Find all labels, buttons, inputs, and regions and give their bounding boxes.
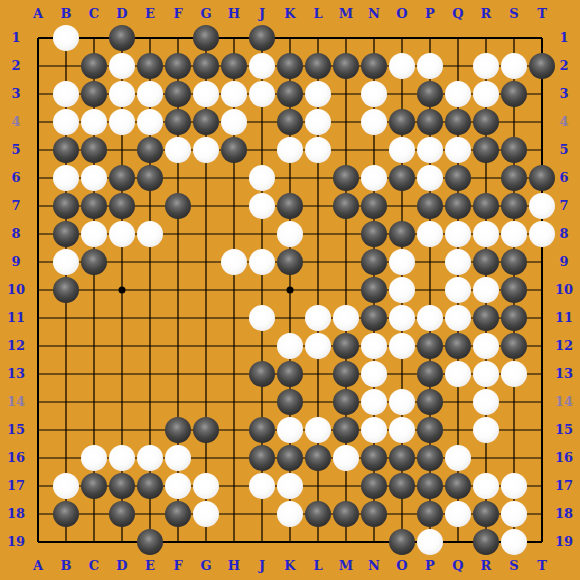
stone-black[interactable] <box>361 473 387 499</box>
intersection-P14[interactable] <box>416 388 444 416</box>
intersection-G5[interactable] <box>192 136 220 164</box>
intersection-S10[interactable] <box>500 276 528 304</box>
intersection-N4[interactable] <box>360 108 388 136</box>
stone-white[interactable] <box>361 165 387 191</box>
stone-black[interactable] <box>277 249 303 275</box>
intersection-L18[interactable] <box>304 500 332 528</box>
intersection-Q16[interactable] <box>444 444 472 472</box>
intersection-D1[interactable] <box>108 24 136 52</box>
stone-black[interactable] <box>361 501 387 527</box>
stone-white[interactable] <box>389 277 415 303</box>
stone-white[interactable] <box>445 277 471 303</box>
intersection-K7[interactable] <box>276 192 304 220</box>
intersection-S12[interactable] <box>500 332 528 360</box>
intersection-D6[interactable] <box>108 164 136 192</box>
stone-black[interactable] <box>137 53 163 79</box>
stone-black[interactable] <box>277 361 303 387</box>
stone-white[interactable] <box>417 529 443 555</box>
intersection-R18[interactable] <box>472 500 500 528</box>
stone-white[interactable] <box>221 81 247 107</box>
intersection-N18[interactable] <box>360 500 388 528</box>
stone-black[interactable] <box>361 249 387 275</box>
stone-black[interactable] <box>501 193 527 219</box>
stone-white[interactable] <box>165 137 191 163</box>
stone-black[interactable] <box>137 529 163 555</box>
intersection-Q12[interactable] <box>444 332 472 360</box>
stone-black[interactable] <box>165 81 191 107</box>
intersection-L12[interactable] <box>304 332 332 360</box>
intersection-C8[interactable] <box>80 220 108 248</box>
intersection-P6[interactable] <box>416 164 444 192</box>
intersection-R14[interactable] <box>472 388 500 416</box>
intersection-Q11[interactable] <box>444 304 472 332</box>
stone-white[interactable] <box>501 473 527 499</box>
intersection-K12[interactable] <box>276 332 304 360</box>
stone-white[interactable] <box>249 81 275 107</box>
stone-white[interactable] <box>277 501 303 527</box>
stone-white[interactable] <box>81 445 107 471</box>
stone-black[interactable] <box>389 529 415 555</box>
stone-black[interactable] <box>109 25 135 51</box>
stone-black[interactable] <box>417 417 443 443</box>
stone-white[interactable] <box>445 501 471 527</box>
intersection-Q9[interactable] <box>444 248 472 276</box>
stone-black[interactable] <box>277 193 303 219</box>
intersection-P11[interactable] <box>416 304 444 332</box>
stone-black[interactable] <box>249 445 275 471</box>
intersection-N16[interactable] <box>360 444 388 472</box>
intersection-S7[interactable] <box>500 192 528 220</box>
intersection-L4[interactable] <box>304 108 332 136</box>
intersection-R3[interactable] <box>472 80 500 108</box>
stone-white[interactable] <box>81 165 107 191</box>
stone-black[interactable] <box>249 417 275 443</box>
stone-white[interactable] <box>445 221 471 247</box>
stone-black[interactable] <box>361 445 387 471</box>
intersection-N3[interactable] <box>360 80 388 108</box>
stone-white[interactable] <box>333 305 359 331</box>
intersection-G2[interactable] <box>192 52 220 80</box>
intersection-Q10[interactable] <box>444 276 472 304</box>
intersection-F18[interactable] <box>164 500 192 528</box>
intersection-N12[interactable] <box>360 332 388 360</box>
stone-black[interactable] <box>473 193 499 219</box>
stone-white[interactable] <box>165 473 191 499</box>
stone-black[interactable] <box>53 137 79 163</box>
stone-black[interactable] <box>417 473 443 499</box>
intersection-R9[interactable] <box>472 248 500 276</box>
stone-white[interactable] <box>81 109 107 135</box>
intersection-R4[interactable] <box>472 108 500 136</box>
intersection-K8[interactable] <box>276 220 304 248</box>
stone-black[interactable] <box>277 109 303 135</box>
intersection-Q5[interactable] <box>444 136 472 164</box>
intersection-R5[interactable] <box>472 136 500 164</box>
stone-black[interactable] <box>165 501 191 527</box>
stone-white[interactable] <box>249 473 275 499</box>
intersection-N13[interactable] <box>360 360 388 388</box>
intersection-F2[interactable] <box>164 52 192 80</box>
intersection-O9[interactable] <box>388 248 416 276</box>
stone-white[interactable] <box>361 389 387 415</box>
stone-black[interactable] <box>361 305 387 331</box>
intersection-M14[interactable] <box>332 388 360 416</box>
stone-white[interactable] <box>361 417 387 443</box>
intersection-N10[interactable] <box>360 276 388 304</box>
intersection-K18[interactable] <box>276 500 304 528</box>
stone-black[interactable] <box>137 165 163 191</box>
intersection-P17[interactable] <box>416 472 444 500</box>
stone-white[interactable] <box>53 249 79 275</box>
stone-white[interactable] <box>361 361 387 387</box>
intersection-R12[interactable] <box>472 332 500 360</box>
intersection-J13[interactable] <box>248 360 276 388</box>
intersection-B4[interactable] <box>52 108 80 136</box>
stone-white[interactable] <box>417 137 443 163</box>
stone-white[interactable] <box>445 81 471 107</box>
stone-white[interactable] <box>221 249 247 275</box>
stone-black[interactable] <box>473 137 499 163</box>
stone-black[interactable] <box>417 361 443 387</box>
stone-white[interactable] <box>249 249 275 275</box>
stone-black[interactable] <box>389 109 415 135</box>
stone-black[interactable] <box>473 305 499 331</box>
stone-white[interactable] <box>109 221 135 247</box>
intersection-N6[interactable] <box>360 164 388 192</box>
intersection-K13[interactable] <box>276 360 304 388</box>
intersection-E3[interactable] <box>136 80 164 108</box>
intersection-O17[interactable] <box>388 472 416 500</box>
stone-black[interactable] <box>417 501 443 527</box>
intersection-E6[interactable] <box>136 164 164 192</box>
intersection-P15[interactable] <box>416 416 444 444</box>
intersection-E5[interactable] <box>136 136 164 164</box>
intersection-D7[interactable] <box>108 192 136 220</box>
intersection-G1[interactable] <box>192 24 220 52</box>
stone-black[interactable] <box>361 193 387 219</box>
stone-white[interactable] <box>501 529 527 555</box>
intersection-R11[interactable] <box>472 304 500 332</box>
intersection-B18[interactable] <box>52 500 80 528</box>
intersection-O8[interactable] <box>388 220 416 248</box>
intersection-N11[interactable] <box>360 304 388 332</box>
intersection-E17[interactable] <box>136 472 164 500</box>
intersection-J11[interactable] <box>248 304 276 332</box>
stone-black[interactable] <box>417 333 443 359</box>
stone-white[interactable] <box>277 221 303 247</box>
stone-black[interactable] <box>193 109 219 135</box>
stone-white[interactable] <box>53 473 79 499</box>
intersection-S19[interactable] <box>500 528 528 556</box>
stone-black[interactable] <box>501 333 527 359</box>
stone-black[interactable] <box>389 473 415 499</box>
intersection-O19[interactable] <box>388 528 416 556</box>
stone-black[interactable] <box>473 109 499 135</box>
intersection-P18[interactable] <box>416 500 444 528</box>
intersection-J15[interactable] <box>248 416 276 444</box>
intersection-C2[interactable] <box>80 52 108 80</box>
stone-white[interactable] <box>137 81 163 107</box>
intersection-Q6[interactable] <box>444 164 472 192</box>
stone-white[interactable] <box>417 221 443 247</box>
intersection-N7[interactable] <box>360 192 388 220</box>
intersection-M13[interactable] <box>332 360 360 388</box>
intersection-R17[interactable] <box>472 472 500 500</box>
stone-black[interactable] <box>417 81 443 107</box>
stone-black[interactable] <box>501 277 527 303</box>
intersection-F3[interactable] <box>164 80 192 108</box>
stone-black[interactable] <box>501 305 527 331</box>
stone-white[interactable] <box>389 249 415 275</box>
intersection-R13[interactable] <box>472 360 500 388</box>
intersection-E4[interactable] <box>136 108 164 136</box>
stone-black[interactable] <box>81 53 107 79</box>
stone-white[interactable] <box>277 417 303 443</box>
intersection-C5[interactable] <box>80 136 108 164</box>
stone-black[interactable] <box>445 109 471 135</box>
intersection-G4[interactable] <box>192 108 220 136</box>
intersection-B17[interactable] <box>52 472 80 500</box>
intersection-F5[interactable] <box>164 136 192 164</box>
intersection-C7[interactable] <box>80 192 108 220</box>
stone-black[interactable] <box>417 445 443 471</box>
stone-white[interactable] <box>249 53 275 79</box>
stone-white[interactable] <box>277 473 303 499</box>
stone-black[interactable] <box>473 249 499 275</box>
stone-black[interactable] <box>473 529 499 555</box>
intersection-M7[interactable] <box>332 192 360 220</box>
stone-black[interactable] <box>277 445 303 471</box>
intersection-O2[interactable] <box>388 52 416 80</box>
intersection-D4[interactable] <box>108 108 136 136</box>
intersection-J3[interactable] <box>248 80 276 108</box>
intersection-C6[interactable] <box>80 164 108 192</box>
intersection-S9[interactable] <box>500 248 528 276</box>
intersection-C17[interactable] <box>80 472 108 500</box>
stone-white[interactable] <box>473 333 499 359</box>
stone-black[interactable] <box>109 473 135 499</box>
stone-black[interactable] <box>193 53 219 79</box>
intersection-S2[interactable] <box>500 52 528 80</box>
intersection-P12[interactable] <box>416 332 444 360</box>
intersection-P16[interactable] <box>416 444 444 472</box>
stone-black[interactable] <box>221 53 247 79</box>
intersection-Q3[interactable] <box>444 80 472 108</box>
stone-black[interactable] <box>333 389 359 415</box>
stone-white[interactable] <box>109 445 135 471</box>
stone-white[interactable] <box>473 473 499 499</box>
stone-white[interactable] <box>501 501 527 527</box>
stone-black[interactable] <box>501 249 527 275</box>
intersection-C3[interactable] <box>80 80 108 108</box>
stone-black[interactable] <box>81 473 107 499</box>
stone-white[interactable] <box>249 165 275 191</box>
stone-black[interactable] <box>165 109 191 135</box>
stone-white[interactable] <box>389 305 415 331</box>
intersection-F7[interactable] <box>164 192 192 220</box>
intersection-O4[interactable] <box>388 108 416 136</box>
stone-black[interactable] <box>445 333 471 359</box>
stone-white[interactable] <box>473 277 499 303</box>
stone-black[interactable] <box>53 501 79 527</box>
intersection-R15[interactable] <box>472 416 500 444</box>
stone-white[interactable] <box>473 361 499 387</box>
intersection-M16[interactable] <box>332 444 360 472</box>
stone-black[interactable] <box>109 501 135 527</box>
stone-black[interactable] <box>165 53 191 79</box>
stone-white[interactable] <box>473 389 499 415</box>
stone-white[interactable] <box>417 53 443 79</box>
intersection-J1[interactable] <box>248 24 276 52</box>
intersection-B1[interactable] <box>52 24 80 52</box>
stone-black[interactable] <box>501 81 527 107</box>
intersection-F4[interactable] <box>164 108 192 136</box>
stone-black[interactable] <box>249 361 275 387</box>
stone-white[interactable] <box>473 81 499 107</box>
go-board[interactable]: AABBCCDDEEFFGGHHJJKKLLMMNNOOPPQQRRSSTT11… <box>0 0 580 580</box>
intersection-N15[interactable] <box>360 416 388 444</box>
stone-black[interactable] <box>221 137 247 163</box>
intersection-C9[interactable] <box>80 248 108 276</box>
stone-white[interactable] <box>305 333 331 359</box>
intersection-D8[interactable] <box>108 220 136 248</box>
stone-black[interactable] <box>333 165 359 191</box>
intersection-N8[interactable] <box>360 220 388 248</box>
intersection-Q8[interactable] <box>444 220 472 248</box>
intersection-M18[interactable] <box>332 500 360 528</box>
intersection-F15[interactable] <box>164 416 192 444</box>
intersection-L3[interactable] <box>304 80 332 108</box>
intersection-H4[interactable] <box>220 108 248 136</box>
intersection-R19[interactable] <box>472 528 500 556</box>
intersection-H3[interactable] <box>220 80 248 108</box>
stone-black[interactable] <box>81 81 107 107</box>
stone-white[interactable] <box>249 305 275 331</box>
intersection-N9[interactable] <box>360 248 388 276</box>
stone-white[interactable] <box>445 249 471 275</box>
stone-black[interactable] <box>81 249 107 275</box>
stone-white[interactable] <box>473 53 499 79</box>
stone-white[interactable] <box>221 109 247 135</box>
stone-white[interactable] <box>193 137 219 163</box>
stone-black[interactable] <box>277 389 303 415</box>
intersection-S5[interactable] <box>500 136 528 164</box>
stone-black[interactable] <box>417 389 443 415</box>
intersection-E2[interactable] <box>136 52 164 80</box>
stone-white[interactable] <box>445 445 471 471</box>
stone-white[interactable] <box>305 109 331 135</box>
intersection-K9[interactable] <box>276 248 304 276</box>
intersection-S3[interactable] <box>500 80 528 108</box>
intersection-D16[interactable] <box>108 444 136 472</box>
intersection-S13[interactable] <box>500 360 528 388</box>
stone-black[interactable] <box>501 165 527 191</box>
stone-black[interactable] <box>53 193 79 219</box>
intersection-N17[interactable] <box>360 472 388 500</box>
intersection-G3[interactable] <box>192 80 220 108</box>
intersection-K5[interactable] <box>276 136 304 164</box>
stone-white[interactable] <box>389 53 415 79</box>
stone-white[interactable] <box>417 305 443 331</box>
stone-black[interactable] <box>305 53 331 79</box>
stone-white[interactable] <box>389 417 415 443</box>
intersection-S17[interactable] <box>500 472 528 500</box>
stone-black[interactable] <box>333 53 359 79</box>
stone-black[interactable] <box>389 221 415 247</box>
stone-white[interactable] <box>445 305 471 331</box>
intersection-B5[interactable] <box>52 136 80 164</box>
stone-white[interactable] <box>333 445 359 471</box>
intersection-O16[interactable] <box>388 444 416 472</box>
stone-black[interactable] <box>53 221 79 247</box>
intersection-E8[interactable] <box>136 220 164 248</box>
intersection-D3[interactable] <box>108 80 136 108</box>
stone-white[interactable] <box>473 417 499 443</box>
intersection-E19[interactable] <box>136 528 164 556</box>
intersection-K16[interactable] <box>276 444 304 472</box>
stone-black[interactable] <box>333 333 359 359</box>
intersection-R7[interactable] <box>472 192 500 220</box>
intersection-B9[interactable] <box>52 248 80 276</box>
intersection-B6[interactable] <box>52 164 80 192</box>
intersection-K2[interactable] <box>276 52 304 80</box>
intersection-S6[interactable] <box>500 164 528 192</box>
stone-black[interactable] <box>249 25 275 51</box>
stone-black[interactable] <box>473 501 499 527</box>
stone-white[interactable] <box>277 333 303 359</box>
stone-black[interactable] <box>417 193 443 219</box>
intersection-L2[interactable] <box>304 52 332 80</box>
intersection-Q4[interactable] <box>444 108 472 136</box>
intersection-J6[interactable] <box>248 164 276 192</box>
intersection-R10[interactable] <box>472 276 500 304</box>
stone-black[interactable] <box>389 445 415 471</box>
stone-white[interactable] <box>137 221 163 247</box>
stone-white[interactable] <box>473 221 499 247</box>
stone-black[interactable] <box>445 473 471 499</box>
intersection-C4[interactable] <box>80 108 108 136</box>
stone-white[interactable] <box>417 165 443 191</box>
intersection-M12[interactable] <box>332 332 360 360</box>
stone-white[interactable] <box>305 81 331 107</box>
intersection-L15[interactable] <box>304 416 332 444</box>
stone-black[interactable] <box>305 501 331 527</box>
intersection-P3[interactable] <box>416 80 444 108</box>
intersection-C16[interactable] <box>80 444 108 472</box>
intersection-K3[interactable] <box>276 80 304 108</box>
stone-white[interactable] <box>361 109 387 135</box>
stone-white[interactable] <box>193 81 219 107</box>
intersection-J9[interactable] <box>248 248 276 276</box>
stone-white[interactable] <box>109 109 135 135</box>
stone-white[interactable] <box>389 389 415 415</box>
stone-black[interactable] <box>361 277 387 303</box>
intersection-O11[interactable] <box>388 304 416 332</box>
stone-white[interactable] <box>305 305 331 331</box>
intersection-D2[interactable] <box>108 52 136 80</box>
stone-black[interactable] <box>333 501 359 527</box>
stone-black[interactable] <box>305 445 331 471</box>
intersection-G17[interactable] <box>192 472 220 500</box>
intersection-E16[interactable] <box>136 444 164 472</box>
stone-white[interactable] <box>445 361 471 387</box>
stone-white[interactable] <box>361 333 387 359</box>
intersection-P13[interactable] <box>416 360 444 388</box>
intersection-O12[interactable] <box>388 332 416 360</box>
stone-white[interactable] <box>389 137 415 163</box>
stone-white[interactable] <box>249 193 275 219</box>
stone-black[interactable] <box>277 81 303 107</box>
